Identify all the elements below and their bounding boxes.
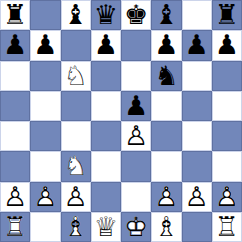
square-h2[interactable]: ♟♙ [212, 182, 242, 212]
square-c7[interactable] [61, 30, 91, 60]
square-b2[interactable]: ♟♙ [30, 182, 60, 212]
square-e8[interactable]: ♚ [121, 0, 151, 30]
black-pawn-glyph: ♟ [0, 30, 30, 60]
white-knight: ♞♘ [61, 151, 91, 181]
square-h4[interactable] [212, 121, 242, 151]
square-f4[interactable] [151, 121, 181, 151]
square-a7[interactable]: ♟ [0, 30, 30, 60]
black-pawn-glyph: ♟ [182, 30, 212, 60]
white-rook: ♜♖ [0, 212, 30, 242]
black-king-glyph: ♚ [121, 0, 151, 30]
square-f7[interactable]: ♟ [151, 30, 181, 60]
white-bishop-outline: ♗ [151, 212, 181, 242]
square-b7[interactable]: ♟ [30, 30, 60, 60]
white-pawn-outline: ♙ [61, 182, 91, 212]
square-g4[interactable] [182, 121, 212, 151]
square-e2[interactable] [121, 182, 151, 212]
white-queen-outline: ♕ [91, 212, 121, 242]
black-pawn: ♟ [30, 30, 60, 60]
black-knight-glyph: ♞ [151, 61, 181, 91]
black-pawn-glyph: ♟ [212, 30, 242, 60]
white-pawn: ♟♙ [121, 121, 151, 151]
white-knight-outline: ♘ [61, 151, 91, 181]
black-pawn: ♟ [91, 30, 121, 60]
white-pawn-outline: ♙ [121, 121, 151, 151]
black-rook: ♜ [212, 0, 242, 30]
square-f6[interactable]: ♞ [151, 61, 181, 91]
square-a8[interactable]: ♜ [0, 0, 30, 30]
white-pawn: ♟♙ [30, 182, 60, 212]
black-rook-glyph: ♜ [0, 0, 30, 30]
square-a4[interactable] [0, 121, 30, 151]
square-a5[interactable] [0, 91, 30, 121]
square-d8[interactable]: ♛ [91, 0, 121, 30]
white-pawn: ♟♙ [0, 182, 30, 212]
square-c4[interactable] [61, 121, 91, 151]
square-f5[interactable] [151, 91, 181, 121]
square-h8[interactable]: ♜ [212, 0, 242, 30]
square-h7[interactable]: ♟ [212, 30, 242, 60]
square-c3[interactable]: ♞♘ [61, 151, 91, 181]
square-d6[interactable] [91, 61, 121, 91]
square-e5[interactable]: ♟ [121, 91, 151, 121]
square-a3[interactable] [0, 151, 30, 181]
square-c5[interactable] [61, 91, 91, 121]
black-bishop: ♝ [61, 0, 91, 30]
black-pawn: ♟ [0, 30, 30, 60]
white-bishop-outline: ♗ [61, 212, 91, 242]
square-f1[interactable]: ♝♗ [151, 212, 181, 242]
square-b5[interactable] [30, 91, 60, 121]
black-bishop-glyph: ♝ [61, 0, 91, 30]
black-pawn: ♟ [121, 91, 151, 121]
square-h3[interactable] [212, 151, 242, 181]
square-g3[interactable] [182, 151, 212, 181]
square-b1[interactable] [30, 212, 60, 242]
square-g5[interactable] [182, 91, 212, 121]
square-c8[interactable]: ♝ [61, 0, 91, 30]
square-e1[interactable]: ♚♔ [121, 212, 151, 242]
white-king: ♚♔ [121, 212, 151, 242]
white-bishop: ♝♗ [61, 212, 91, 242]
white-bishop: ♝♗ [151, 212, 181, 242]
square-e6[interactable] [121, 61, 151, 91]
black-knight: ♞ [151, 61, 181, 91]
square-e7[interactable] [121, 30, 151, 60]
square-h6[interactable] [212, 61, 242, 91]
square-h1[interactable]: ♜♖ [212, 212, 242, 242]
square-f8[interactable]: ♝ [151, 0, 181, 30]
square-d1[interactable]: ♛♕ [91, 212, 121, 242]
white-knight-outline: ♘ [61, 61, 91, 91]
square-b6[interactable] [30, 61, 60, 91]
square-d3[interactable] [91, 151, 121, 181]
square-b8[interactable] [30, 0, 60, 30]
black-bishop: ♝ [151, 0, 181, 30]
square-g6[interactable] [182, 61, 212, 91]
black-king: ♚ [121, 0, 151, 30]
white-pawn: ♟♙ [212, 182, 242, 212]
square-f3[interactable] [151, 151, 181, 181]
white-king-outline: ♔ [121, 212, 151, 242]
black-pawn-glyph: ♟ [30, 30, 60, 60]
square-g2[interactable]: ♟♙ [182, 182, 212, 212]
square-e3[interactable] [121, 151, 151, 181]
white-pawn-outline: ♙ [151, 182, 181, 212]
black-pawn-glyph: ♟ [91, 30, 121, 60]
square-d7[interactable]: ♟ [91, 30, 121, 60]
black-rook: ♜ [0, 0, 30, 30]
square-b3[interactable] [30, 151, 60, 181]
white-pawn: ♟♙ [61, 182, 91, 212]
square-b4[interactable] [30, 121, 60, 151]
white-rook-outline: ♖ [212, 212, 242, 242]
black-pawn-glyph: ♟ [121, 91, 151, 121]
square-c2[interactable]: ♟♙ [61, 182, 91, 212]
white-knight: ♞♘ [61, 61, 91, 91]
white-pawn: ♟♙ [151, 182, 181, 212]
black-rook-glyph: ♜ [212, 0, 242, 30]
square-d2[interactable] [91, 182, 121, 212]
chess-board: ♜♝♛♚♝♜♟♟♟♟♟♟♞♘♞♟♟♙♞♘♟♙♟♙♟♙♟♙♟♙♟♙♜♖♝♗♛♕♚♔… [0, 0, 242, 242]
square-g1[interactable] [182, 212, 212, 242]
white-pawn: ♟♙ [182, 182, 212, 212]
square-a6[interactable] [0, 61, 30, 91]
black-pawn: ♟ [182, 30, 212, 60]
white-rook-outline: ♖ [0, 212, 30, 242]
black-queen: ♛ [91, 0, 121, 30]
square-f2[interactable]: ♟♙ [151, 182, 181, 212]
square-d4[interactable] [91, 121, 121, 151]
black-pawn: ♟ [212, 30, 242, 60]
square-d5[interactable] [91, 91, 121, 121]
white-rook: ♜♖ [212, 212, 242, 242]
white-pawn-outline: ♙ [0, 182, 30, 212]
square-h5[interactable] [212, 91, 242, 121]
black-pawn-glyph: ♟ [151, 30, 181, 60]
white-pawn-outline: ♙ [212, 182, 242, 212]
white-pawn-outline: ♙ [182, 182, 212, 212]
square-g7[interactable]: ♟ [182, 30, 212, 60]
white-queen: ♛♕ [91, 212, 121, 242]
black-pawn: ♟ [151, 30, 181, 60]
square-a1[interactable]: ♜♖ [0, 212, 30, 242]
square-g8[interactable] [182, 0, 212, 30]
square-c1[interactable]: ♝♗ [61, 212, 91, 242]
square-a2[interactable]: ♟♙ [0, 182, 30, 212]
square-e4[interactable]: ♟♙ [121, 121, 151, 151]
black-queen-glyph: ♛ [91, 0, 121, 30]
black-bishop-glyph: ♝ [151, 0, 181, 30]
square-c6[interactable]: ♞♘ [61, 61, 91, 91]
white-pawn-outline: ♙ [30, 182, 60, 212]
